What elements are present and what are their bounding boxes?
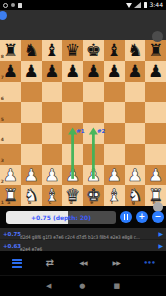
piece-white-pawn[interactable]: ♟ <box>83 165 104 186</box>
menu-icon <box>12 259 22 268</box>
rewind-icon: ◀◀ <box>79 260 86 266</box>
engine-line-2[interactable]: +0.63 e2e4 e7e6 ▶ <box>0 239 166 251</box>
square-c8[interactable]: ♝ <box>42 40 63 61</box>
rewind-button[interactable]: ◀◀ <box>75 255 91 271</box>
notification-icon-2 <box>11 3 16 8</box>
square-d4[interactable] <box>62 123 83 144</box>
signal-icon <box>134 2 141 8</box>
square-h3[interactable] <box>145 144 166 165</box>
increase-button[interactable]: + <box>136 211 149 224</box>
piece-black-knight[interactable]: ♞ <box>125 40 146 61</box>
square-d8[interactable]: ♛ <box>62 40 83 61</box>
piece-black-bishop[interactable]: ♝ <box>42 40 63 61</box>
back-button[interactable]: ◀ <box>46 283 51 290</box>
piece-white-pawn[interactable]: ♟ <box>125 165 146 186</box>
square-f4[interactable] <box>104 123 125 144</box>
square-c3[interactable] <box>42 144 63 165</box>
piece-black-pawn[interactable]: ♟ <box>21 61 42 82</box>
square-e7[interactable]: ♟ <box>83 61 104 82</box>
square-b8[interactable]: ♞ <box>21 40 42 61</box>
menu-button[interactable] <box>9 255 25 271</box>
rank-label: 6 <box>1 97 4 102</box>
evaluation-row: +0.75 (depth: 20) + − <box>0 206 166 228</box>
square-a8[interactable]: 8♜ <box>0 40 21 61</box>
piece-black-queen[interactable]: ♛ <box>62 40 83 61</box>
square-f8[interactable]: ♝ <box>104 40 125 61</box>
square-f3[interactable] <box>104 144 125 165</box>
line-score: +0.63 <box>3 243 20 249</box>
battery-icon <box>144 2 148 9</box>
piece-black-pawn[interactable]: ♟ <box>125 61 146 82</box>
board-area: 8♜♞♝♛♚♝♞♜7♟♟♟♟♟♟♟♟65432♟♟♟♟♟♟♟♟1a♜b♞c♝d♛… <box>0 40 166 206</box>
piece-white-bishop[interactable]: ♝ <box>104 185 125 206</box>
square-a5[interactable]: 5 <box>0 102 21 123</box>
piece-black-pawn[interactable]: ♟ <box>83 61 104 82</box>
home-button[interactable]: ● <box>79 283 85 290</box>
square-f1[interactable]: f♝ <box>104 185 125 206</box>
system-status-icons: 3:44 <box>126 0 163 10</box>
square-d5[interactable] <box>62 102 83 123</box>
piece-black-pawn[interactable]: ♟ <box>145 61 166 82</box>
piece-black-pawn[interactable]: ♟ <box>0 61 21 82</box>
square-g5[interactable] <box>125 102 146 123</box>
square-h6[interactable] <box>145 82 166 103</box>
piece-white-pawn[interactable]: ♟ <box>0 165 21 186</box>
minus-icon: − <box>154 213 161 221</box>
piece-black-pawn[interactable]: ♟ <box>62 61 83 82</box>
square-g3[interactable] <box>125 144 146 165</box>
piece-white-rook[interactable]: ♜ <box>0 185 21 206</box>
rank-label: 3 <box>1 159 4 164</box>
square-c5[interactable] <box>42 102 63 123</box>
app-top-strip <box>0 10 166 40</box>
play-line-icon[interactable]: ▶ <box>156 242 164 249</box>
square-b1[interactable]: b♞ <box>21 185 42 206</box>
square-c6[interactable] <box>42 82 63 103</box>
square-f7[interactable]: ♟ <box>104 61 125 82</box>
square-f6[interactable] <box>104 82 125 103</box>
board-handle-top-dot[interactable] <box>152 31 163 42</box>
square-c4[interactable] <box>42 123 63 144</box>
square-a7[interactable]: 7♟ <box>0 61 21 82</box>
plus-icon: + <box>138 213 145 221</box>
piece-white-pawn[interactable]: ♟ <box>62 165 83 186</box>
notification-icon-1 <box>3 3 8 8</box>
play-line-icon[interactable]: ▶ <box>156 230 164 237</box>
square-f2[interactable]: ♟ <box>104 165 125 186</box>
piece-white-pawn[interactable]: ♟ <box>145 165 166 186</box>
square-b6[interactable] <box>21 82 42 103</box>
square-e1[interactable]: e♚ <box>83 185 104 206</box>
piece-black-king[interactable]: ♚ <box>83 40 104 61</box>
rank-label: 5 <box>1 118 4 123</box>
square-e6[interactable] <box>83 82 104 103</box>
fast-forward-icon: ▶▶ <box>113 260 120 266</box>
square-b2[interactable]: ♟ <box>21 165 42 186</box>
notification-icons <box>3 3 22 8</box>
square-e5[interactable] <box>83 102 104 123</box>
clock-text: 3:44 <box>150 0 163 10</box>
piece-white-pawn[interactable]: ♟ <box>104 165 125 186</box>
piece-black-rook[interactable]: ♜ <box>0 40 21 61</box>
square-d3[interactable] <box>62 144 83 165</box>
pause-icon <box>124 214 129 220</box>
square-b5[interactable] <box>21 102 42 123</box>
square-d2[interactable]: ♟ <box>62 165 83 186</box>
flip-board-button[interactable]: ⇄ <box>42 255 58 271</box>
square-b3[interactable] <box>21 144 42 165</box>
square-g8[interactable]: ♞ <box>125 40 146 61</box>
square-g6[interactable] <box>125 82 146 103</box>
square-c7[interactable]: ♟ <box>42 61 63 82</box>
recents-button[interactable]: ■ <box>113 283 120 290</box>
piece-white-bishop[interactable]: ♝ <box>42 185 63 206</box>
square-h5[interactable] <box>145 102 166 123</box>
piece-white-knight[interactable]: ♞ <box>21 185 42 206</box>
piece-white-king[interactable]: ♚ <box>83 185 104 206</box>
piece-white-queen[interactable]: ♛ <box>62 185 83 206</box>
android-status-bar: 3:44 <box>0 0 166 10</box>
square-g7[interactable]: ♟ <box>125 61 146 82</box>
engine-status-indicator <box>0 11 7 20</box>
decrease-button[interactable]: − <box>152 211 165 224</box>
piece-black-pawn[interactable]: ♟ <box>42 61 63 82</box>
notification-icon-3 <box>18 3 22 8</box>
flip-board-icon: ⇄ <box>46 258 54 268</box>
square-b7[interactable]: ♟ <box>21 61 42 82</box>
square-e8[interactable]: ♚ <box>83 40 104 61</box>
phone-screen: 3:44 8♜♞♝♛♚♝♞♜7♟♟♟♟♟♟♟♟65432♟♟♟♟♟♟♟♟1a♜b… <box>0 0 166 296</box>
square-h4[interactable] <box>145 123 166 144</box>
piece-white-pawn[interactable]: ♟ <box>42 165 63 186</box>
android-nav-bar: ◀ ● ■ <box>0 275 166 296</box>
piece-black-bishop[interactable]: ♝ <box>104 40 125 61</box>
square-h2[interactable]: ♟ <box>145 165 166 186</box>
square-c1[interactable]: c♝ <box>42 185 63 206</box>
square-b4[interactable] <box>21 123 42 144</box>
wifi-icon <box>126 3 132 8</box>
square-d7[interactable]: ♟ <box>62 61 83 82</box>
evaluation-bar: +0.75 (depth: 20) <box>6 211 116 224</box>
square-e4[interactable] <box>83 123 104 144</box>
line-moves: d2d4 g8f6 g1f3 e7e6 c2c4 d7d5 b1c3 f8b4 … <box>20 234 140 240</box>
square-a6[interactable]: 6 <box>0 82 21 103</box>
square-d6[interactable] <box>62 82 83 103</box>
square-h7[interactable]: ♟ <box>145 61 166 82</box>
fast-forward-button[interactable]: ▶▶ <box>108 255 124 271</box>
square-g1[interactable]: g♞ <box>125 185 146 206</box>
piece-black-rook[interactable]: ♜ <box>145 40 166 61</box>
piece-black-pawn[interactable]: ♟ <box>104 61 125 82</box>
engine-lines: +0.75 d2d4 g8f6 g1f3 e7e6 c2c4 d7d5 b1c3… <box>0 228 166 251</box>
chess-board[interactable]: 8♜♞♝♛♚♝♞♜7♟♟♟♟♟♟♟♟65432♟♟♟♟♟♟♟♟1a♜b♞c♝d♛… <box>0 40 166 206</box>
square-e3[interactable] <box>83 144 104 165</box>
square-g2[interactable]: ♟ <box>125 165 146 186</box>
more-options-icon: ••• <box>143 260 155 267</box>
square-a3[interactable]: 3 <box>0 144 21 165</box>
evaluation-text: +0.75 (depth: 20) <box>6 211 116 224</box>
square-a1[interactable]: 1a♜ <box>0 185 21 206</box>
app-toolbar: ⇄ ◀◀ ▶▶ ••• <box>0 251 166 275</box>
square-d1[interactable]: d♛ <box>62 185 83 206</box>
square-e2[interactable]: ♟ <box>83 165 104 186</box>
line-moves: e2e4 e7e6 <box>20 246 42 252</box>
rank-label: 4 <box>1 138 4 143</box>
square-h8[interactable]: ♜ <box>145 40 166 61</box>
line-score: +0.75 <box>3 231 20 237</box>
square-a2[interactable]: 2♟ <box>0 165 21 186</box>
square-c2[interactable]: ♟ <box>42 165 63 186</box>
square-f5[interactable] <box>104 102 125 123</box>
more-options-button[interactable]: ••• <box>141 255 157 271</box>
piece-black-knight[interactable]: ♞ <box>21 40 42 61</box>
square-a4[interactable]: 4 <box>0 123 21 144</box>
piece-white-knight[interactable]: ♞ <box>125 185 146 206</box>
pause-button[interactable] <box>120 211 133 224</box>
piece-white-pawn[interactable]: ♟ <box>21 165 42 186</box>
square-g4[interactable] <box>125 123 146 144</box>
